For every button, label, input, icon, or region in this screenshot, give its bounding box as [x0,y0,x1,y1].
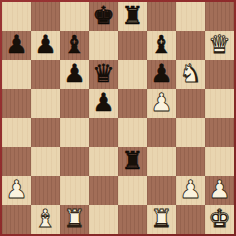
square-f2[interactable] [147,176,176,205]
piece-white-king-icon: ♚ [205,205,234,234]
square-g2[interactable]: ♟ [176,176,205,205]
square-d2[interactable] [89,176,118,205]
square-h3[interactable] [205,147,234,176]
piece-black-rook-icon: ♜ [118,2,147,31]
piece-white-rook-icon: ♜ [60,205,89,234]
square-f4[interactable] [147,118,176,147]
square-a6[interactable] [2,60,31,89]
square-e3[interactable]: ♜ [118,147,147,176]
square-e2[interactable] [118,176,147,205]
square-d3[interactable] [89,147,118,176]
square-f8[interactable] [147,2,176,31]
square-d8[interactable]: ♚ [89,2,118,31]
square-e8[interactable]: ♜ [118,2,147,31]
square-h1[interactable]: ♚ [205,205,234,234]
piece-white-rook-icon: ♜ [147,205,176,234]
square-g3[interactable] [176,147,205,176]
square-f5[interactable]: ♟ [147,89,176,118]
square-e1[interactable] [118,205,147,234]
square-c1[interactable]: ♜ [60,205,89,234]
square-g7[interactable] [176,31,205,60]
square-c8[interactable] [60,2,89,31]
piece-black-pawn-icon: ♟ [2,31,31,60]
square-b4[interactable] [31,118,60,147]
piece-white-queen-icon: ♛ [205,31,234,60]
square-g5[interactable] [176,89,205,118]
square-c4[interactable] [60,118,89,147]
piece-black-pawn-icon: ♟ [31,31,60,60]
piece-white-pawn-icon: ♟ [2,176,31,205]
piece-black-rook-icon: ♜ [118,147,147,176]
square-h8[interactable] [205,2,234,31]
square-a3[interactable] [2,147,31,176]
square-f1[interactable]: ♜ [147,205,176,234]
square-b8[interactable] [31,2,60,31]
square-e6[interactable] [118,60,147,89]
square-d7[interactable] [89,31,118,60]
square-f3[interactable] [147,147,176,176]
square-b6[interactable] [31,60,60,89]
square-e5[interactable] [118,89,147,118]
square-e4[interactable] [118,118,147,147]
square-b5[interactable] [31,89,60,118]
chess-board: ♚♜♟♟♝♝♛♟♛♟♞♟♟♜♟♟♟♝♜♜♚ [2,2,234,234]
square-h5[interactable] [205,89,234,118]
square-b1[interactable]: ♝ [31,205,60,234]
piece-white-pawn-icon: ♟ [176,176,205,205]
square-h2[interactable]: ♟ [205,176,234,205]
square-c6[interactable]: ♟ [60,60,89,89]
piece-black-pawn-icon: ♟ [147,60,176,89]
piece-black-pawn-icon: ♟ [89,89,118,118]
piece-white-pawn-icon: ♟ [205,176,234,205]
square-c3[interactable] [60,147,89,176]
piece-black-king-icon: ♚ [89,2,118,31]
square-d5[interactable]: ♟ [89,89,118,118]
square-b7[interactable]: ♟ [31,31,60,60]
square-g6[interactable]: ♞ [176,60,205,89]
piece-white-pawn-icon: ♟ [147,89,176,118]
square-a4[interactable] [2,118,31,147]
square-e7[interactable] [118,31,147,60]
square-a2[interactable]: ♟ [2,176,31,205]
square-d1[interactable] [89,205,118,234]
square-a5[interactable] [2,89,31,118]
piece-white-bishop-icon: ♝ [31,205,60,234]
square-c5[interactable] [60,89,89,118]
square-a1[interactable] [2,205,31,234]
piece-black-queen-icon: ♛ [89,60,118,89]
piece-black-bishop-icon: ♝ [60,31,89,60]
square-c2[interactable] [60,176,89,205]
piece-white-knight-icon: ♞ [176,60,205,89]
square-a8[interactable] [2,2,31,31]
square-h6[interactable] [205,60,234,89]
board-frame: ♚♜♟♟♝♝♛♟♛♟♞♟♟♜♟♟♟♝♜♜♚ [0,0,236,236]
square-h4[interactable] [205,118,234,147]
square-d4[interactable] [89,118,118,147]
square-c7[interactable]: ♝ [60,31,89,60]
square-d6[interactable]: ♛ [89,60,118,89]
square-f7[interactable]: ♝ [147,31,176,60]
square-b3[interactable] [31,147,60,176]
square-g8[interactable] [176,2,205,31]
square-a7[interactable]: ♟ [2,31,31,60]
square-f6[interactable]: ♟ [147,60,176,89]
square-h7[interactable]: ♛ [205,31,234,60]
square-g4[interactable] [176,118,205,147]
piece-black-bishop-icon: ♝ [147,31,176,60]
square-b2[interactable] [31,176,60,205]
square-g1[interactable] [176,205,205,234]
piece-black-pawn-icon: ♟ [60,60,89,89]
